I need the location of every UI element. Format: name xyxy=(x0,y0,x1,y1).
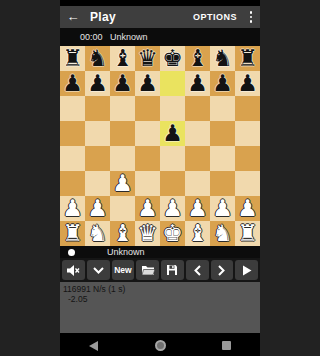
piece-black-pawn: ♟ xyxy=(137,71,158,96)
square-c3[interactable]: ♟ xyxy=(110,171,135,196)
square-g5[interactable] xyxy=(210,121,235,146)
square-f7[interactable]: ♟ xyxy=(185,71,210,96)
piece-white-knight: ♞ xyxy=(212,221,233,246)
save-button[interactable] xyxy=(161,260,184,280)
piece-white-pawn: ♟ xyxy=(112,171,133,196)
square-h2[interactable]: ♟ xyxy=(235,196,260,221)
square-d3[interactable] xyxy=(135,171,160,196)
square-f3[interactable] xyxy=(185,171,210,196)
square-b1[interactable]: ♞ xyxy=(85,221,110,246)
engine-output-panel: 116991 N/s (1 s) -2.05 xyxy=(60,282,260,333)
new-game-button[interactable]: New xyxy=(112,260,135,280)
engine-play-button[interactable] xyxy=(235,260,258,280)
square-f6[interactable] xyxy=(185,96,210,121)
chevron-left-icon xyxy=(194,265,201,276)
square-f2[interactable]: ♟ xyxy=(185,196,210,221)
square-e4[interactable] xyxy=(160,146,185,171)
square-g8[interactable]: ♞ xyxy=(210,46,235,71)
engine-speed: 116991 N/s (1 s) xyxy=(63,284,258,294)
move-back-button[interactable] xyxy=(186,260,209,280)
square-a1[interactable]: ♜ xyxy=(60,221,85,246)
nav-recents-button[interactable] xyxy=(193,341,260,350)
chevron-right-icon xyxy=(218,265,225,276)
overflow-menu-icon[interactable] xyxy=(244,6,258,28)
piece-white-pawn: ♟ xyxy=(162,196,183,221)
square-c7[interactable]: ♟ xyxy=(110,71,135,96)
square-b2[interactable]: ♟ xyxy=(85,196,110,221)
square-a7[interactable]: ♟ xyxy=(60,71,85,96)
android-nav-bar xyxy=(60,333,260,356)
piece-black-pawn: ♟ xyxy=(87,71,108,96)
square-h7[interactable]: ♟ xyxy=(235,71,260,96)
square-g6[interactable] xyxy=(210,96,235,121)
square-e8[interactable]: ♚ xyxy=(160,46,185,71)
piece-white-pawn: ♟ xyxy=(137,196,158,221)
piece-black-bishop: ♝ xyxy=(112,46,133,71)
black-player-row: 00:00 Unknown xyxy=(60,28,260,46)
piece-black-pawn: ♟ xyxy=(62,71,83,96)
piece-white-rook: ♜ xyxy=(62,221,83,246)
square-g3[interactable] xyxy=(210,171,235,196)
square-d1[interactable]: ♛ xyxy=(135,221,160,246)
piece-white-bishop: ♝ xyxy=(187,221,208,246)
piece-white-pawn: ♟ xyxy=(237,196,258,221)
new-game-label: New xyxy=(114,265,131,275)
nav-back-button[interactable] xyxy=(60,341,127,351)
square-g4[interactable] xyxy=(210,146,235,171)
nav-home-button[interactable] xyxy=(127,340,194,351)
open-file-button[interactable] xyxy=(136,260,159,280)
piece-black-pawn: ♟ xyxy=(187,71,208,96)
piece-black-pawn: ♟ xyxy=(212,71,233,96)
square-g7[interactable]: ♟ xyxy=(210,71,235,96)
mute-button[interactable] xyxy=(62,260,85,280)
options-button[interactable]: OPTIONS xyxy=(193,12,237,22)
move-forward-button[interactable] xyxy=(211,260,234,280)
app-bar: ← Play OPTIONS xyxy=(60,6,260,28)
engine-score: -2.05 xyxy=(63,294,258,304)
page-title: Play xyxy=(90,10,116,24)
piece-black-rook: ♜ xyxy=(62,46,83,71)
black-player-name: Unknown xyxy=(110,32,148,42)
square-c2[interactable] xyxy=(110,196,135,221)
square-a3[interactable] xyxy=(60,171,85,196)
piece-white-rook: ♜ xyxy=(237,221,258,246)
square-a5[interactable] xyxy=(60,121,85,146)
piece-white-pawn: ♟ xyxy=(62,196,83,221)
square-f5[interactable] xyxy=(185,121,210,146)
piece-white-knight: ♞ xyxy=(87,221,108,246)
square-b5[interactable] xyxy=(85,121,110,146)
nav-home-icon xyxy=(155,340,166,351)
square-g2[interactable]: ♟ xyxy=(210,196,235,221)
square-e7[interactable] xyxy=(160,71,185,96)
piece-black-pawn: ♟ xyxy=(162,121,183,146)
black-clock: 00:00 xyxy=(80,32,106,42)
open-folder-icon xyxy=(141,265,155,276)
white-player-name: Unknown xyxy=(107,247,145,257)
piece-black-queen: ♛ xyxy=(137,46,158,71)
piece-white-queen: ♛ xyxy=(137,221,158,246)
white-player-row: Unknown xyxy=(60,246,260,258)
square-a4[interactable] xyxy=(60,146,85,171)
square-e3[interactable] xyxy=(160,171,185,196)
square-e1[interactable]: ♚ xyxy=(160,221,185,246)
square-d7[interactable]: ♟ xyxy=(135,71,160,96)
chess-app-screen: ← Play OPTIONS 00:00 Unknown ♜♞♝♛♚♝♞♜♟♟♟… xyxy=(60,0,260,356)
speaker-muted-icon xyxy=(66,264,80,277)
floppy-save-icon xyxy=(166,264,178,276)
square-h3[interactable] xyxy=(235,171,260,196)
square-b6[interactable] xyxy=(85,96,110,121)
square-c8[interactable]: ♝ xyxy=(110,46,135,71)
back-arrow-icon[interactable]: ← xyxy=(60,6,86,28)
square-c4[interactable] xyxy=(110,146,135,171)
square-b8[interactable]: ♞ xyxy=(85,46,110,71)
square-h8[interactable]: ♜ xyxy=(235,46,260,71)
square-f1[interactable]: ♝ xyxy=(185,221,210,246)
piece-black-pawn: ♟ xyxy=(237,71,258,96)
square-d5[interactable] xyxy=(135,121,160,146)
square-h5[interactable] xyxy=(235,121,260,146)
nav-back-icon xyxy=(89,341,98,351)
square-a6[interactable] xyxy=(60,96,85,121)
piece-black-knight: ♞ xyxy=(87,46,108,71)
square-e5[interactable]: ♟ xyxy=(160,121,185,146)
square-b7[interactable]: ♟ xyxy=(85,71,110,96)
square-d6[interactable] xyxy=(135,96,160,121)
piece-black-pawn: ♟ xyxy=(112,71,133,96)
square-h4[interactable] xyxy=(235,146,260,171)
square-g1[interactable]: ♞ xyxy=(210,221,235,246)
square-e2[interactable]: ♟ xyxy=(160,196,185,221)
square-h6[interactable] xyxy=(235,96,260,121)
square-d8[interactable]: ♛ xyxy=(135,46,160,71)
square-e6[interactable] xyxy=(160,96,185,121)
white-to-move-indicator xyxy=(68,249,75,256)
piece-black-king: ♚ xyxy=(162,46,183,71)
piece-white-pawn: ♟ xyxy=(87,196,108,221)
piece-white-king: ♚ xyxy=(162,221,183,246)
square-a8[interactable]: ♜ xyxy=(60,46,85,71)
square-f4[interactable] xyxy=(185,146,210,171)
square-b3[interactable] xyxy=(85,171,110,196)
square-f8[interactable]: ♝ xyxy=(185,46,210,71)
piece-black-rook: ♜ xyxy=(237,46,258,71)
piece-black-knight: ♞ xyxy=(212,46,233,71)
square-d4[interactable] xyxy=(135,146,160,171)
square-h1[interactable]: ♜ xyxy=(235,221,260,246)
toolbar: New xyxy=(60,258,260,282)
square-d2[interactable]: ♟ xyxy=(135,196,160,221)
chess-board[interactable]: ♜♞♝♛♚♝♞♜♟♟♟♟♟♟♟♟♟♟♟♟♟♟♟♟♜♞♝♛♚♝♞♜ xyxy=(60,46,260,246)
square-c5[interactable] xyxy=(110,121,135,146)
square-c1[interactable]: ♝ xyxy=(110,221,135,246)
play-icon xyxy=(242,265,252,276)
piece-black-bishop: ♝ xyxy=(187,46,208,71)
nav-recents-icon xyxy=(222,341,231,350)
chevron-down-icon xyxy=(93,267,104,274)
square-a2[interactable]: ♟ xyxy=(60,196,85,221)
square-b4[interactable] xyxy=(85,146,110,171)
piece-white-bishop: ♝ xyxy=(112,221,133,246)
piece-white-pawn: ♟ xyxy=(187,196,208,221)
expand-button[interactable] xyxy=(87,260,110,280)
square-c6[interactable] xyxy=(110,96,135,121)
piece-white-pawn: ♟ xyxy=(212,196,233,221)
